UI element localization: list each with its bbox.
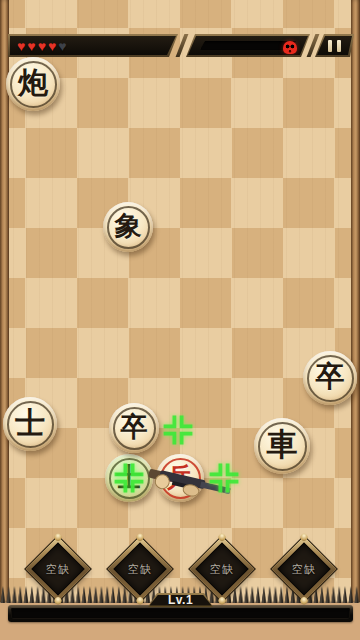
item-slot-label: 空缺 bbox=[46, 562, 70, 577]
level-tab: Lv.1 bbox=[148, 593, 213, 607]
level-progress-bar bbox=[8, 605, 353, 622]
boss-progress-track bbox=[200, 41, 296, 50]
heart-empty-icon: ♥ bbox=[58, 39, 66, 53]
piece-char: 車 bbox=[267, 424, 298, 466]
level-progress-track bbox=[11, 608, 350, 619]
piece-char: 卒 bbox=[316, 357, 345, 397]
heart-icon: ♥ bbox=[48, 39, 56, 53]
move-target-icon[interactable] bbox=[206, 460, 242, 496]
heart-icon: ♥ bbox=[38, 39, 46, 53]
piece-char: 士 bbox=[15, 403, 45, 444]
piece-char: 象 bbox=[115, 208, 142, 244]
piece-cannon-black[interactable]: 炮 bbox=[6, 57, 60, 111]
piece-char: 卒 bbox=[121, 409, 148, 445]
piece-advisor-black-left[interactable]: 士 bbox=[3, 397, 57, 451]
level-label: Lv.1 bbox=[168, 593, 193, 607]
health-panel: ♥ ♥ ♥ ♥ ♥ bbox=[8, 34, 178, 57]
move-target-icon[interactable] bbox=[111, 460, 147, 496]
item-slot-label: 空缺 bbox=[210, 562, 234, 577]
item-slot-label: 空缺 bbox=[128, 562, 152, 577]
item-slot-label: 空缺 bbox=[292, 562, 316, 577]
piece-pawn-black-mid[interactable]: 卒 bbox=[109, 403, 159, 453]
boss-progress-panel bbox=[186, 34, 310, 57]
board-frame-right bbox=[351, 0, 360, 602]
piece-char: 炮 bbox=[18, 63, 48, 104]
move-target-icon[interactable] bbox=[160, 412, 196, 448]
heart-icon: ♥ bbox=[27, 39, 35, 53]
pause-icon bbox=[317, 36, 352, 55]
piece-chariot-black[interactable]: 車 bbox=[254, 418, 310, 474]
piece-pawn-black-right[interactable]: 卒 bbox=[303, 351, 357, 405]
heart-icon: ♥ bbox=[17, 39, 25, 53]
game-screen: 空缺 空缺 空缺 空缺 Lv.1 ♥ ♥ ♥ ♥ ♥ 炮 象 bbox=[0, 0, 360, 640]
piece-elephant-black[interactable]: 象 bbox=[103, 202, 153, 252]
skull-icon bbox=[283, 41, 297, 54]
